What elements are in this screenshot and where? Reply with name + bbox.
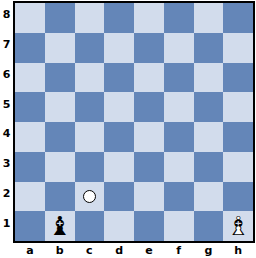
file-label-g: g [194,242,224,258]
square-a7[interactable] [15,33,45,63]
square-f1[interactable] [164,211,194,241]
square-e7[interactable] [134,33,164,63]
file-label-e: e [134,242,164,258]
file-label-c: c [75,242,105,258]
square-g6[interactable] [194,63,224,93]
square-h5[interactable] [223,92,253,122]
black-bishop-glyph: ♝ [45,211,75,241]
square-a6[interactable] [15,63,45,93]
square-a5[interactable] [15,92,45,122]
square-c8[interactable] [75,3,105,33]
square-f2[interactable] [164,182,194,212]
square-e1[interactable] [134,211,164,241]
square-e6[interactable] [134,63,164,93]
square-c1[interactable] [75,211,105,241]
file-label-b: b [45,242,75,258]
square-g5[interactable] [194,92,224,122]
square-b6[interactable] [45,63,75,93]
rank-label-4: 4 [0,122,13,152]
file-labels: abcdefgh [15,242,253,258]
square-g4[interactable] [194,122,224,152]
square-h1[interactable]: ♝♗ [223,211,253,241]
square-g2[interactable] [194,182,224,212]
square-h6[interactable] [223,63,253,93]
square-d4[interactable] [104,122,134,152]
white-bishop[interactable]: ♝♗ [223,211,253,241]
white-bishop-glyph: ♗ [223,211,253,241]
square-a3[interactable] [15,152,45,182]
square-a8[interactable] [15,3,45,33]
file-label-f: f [164,242,194,258]
square-a4[interactable] [15,122,45,152]
rank-label-1: 1 [0,211,13,241]
rank-label-3: 3 [0,152,13,182]
square-b4[interactable] [45,122,75,152]
square-h3[interactable] [223,152,253,182]
square-d1[interactable] [104,211,134,241]
square-b2[interactable] [45,182,75,212]
square-h8[interactable] [223,3,253,33]
rank-label-8: 8 [0,3,13,33]
square-e3[interactable] [134,152,164,182]
square-d7[interactable] [104,33,134,63]
square-f8[interactable] [164,3,194,33]
square-c5[interactable] [75,92,105,122]
square-g8[interactable] [194,3,224,33]
square-h2[interactable] [223,182,253,212]
square-a2[interactable] [15,182,45,212]
square-f3[interactable] [164,152,194,182]
square-h7[interactable] [223,33,253,63]
square-f7[interactable] [164,33,194,63]
square-f5[interactable] [164,92,194,122]
rank-label-7: 7 [0,33,13,63]
square-b5[interactable] [45,92,75,122]
square-b7[interactable] [45,33,75,63]
file-label-h: h [223,242,253,258]
square-d6[interactable] [104,63,134,93]
rank-label-6: 6 [0,63,13,93]
square-a1[interactable] [15,211,45,241]
square-c4[interactable] [75,122,105,152]
square-d5[interactable] [104,92,134,122]
chess-diagram: 87654321 ♝♝♗ abcdefgh [0,0,256,258]
rank-labels: 87654321 [0,3,13,241]
square-h4[interactable] [223,122,253,152]
square-g3[interactable] [194,152,224,182]
square-e8[interactable] [134,3,164,33]
square-c7[interactable] [75,33,105,63]
square-d8[interactable] [104,3,134,33]
circle-marker[interactable] [83,190,96,203]
square-e5[interactable] [134,92,164,122]
square-f4[interactable] [164,122,194,152]
rank-label-2: 2 [0,182,13,212]
file-label-a: a [15,242,45,258]
square-e4[interactable] [134,122,164,152]
square-c2[interactable] [75,182,105,212]
square-b3[interactable] [45,152,75,182]
square-g1[interactable] [194,211,224,241]
square-b8[interactable] [45,3,75,33]
square-d3[interactable] [104,152,134,182]
chess-board: ♝♝♗ [13,1,255,243]
square-c6[interactable] [75,63,105,93]
square-f6[interactable] [164,63,194,93]
square-c3[interactable] [75,152,105,182]
square-e2[interactable] [134,182,164,212]
rank-label-5: 5 [0,92,13,122]
file-label-d: d [104,242,134,258]
black-bishop[interactable]: ♝ [45,211,75,241]
square-d2[interactable] [104,182,134,212]
square-b1[interactable]: ♝ [45,211,75,241]
square-g7[interactable] [194,33,224,63]
